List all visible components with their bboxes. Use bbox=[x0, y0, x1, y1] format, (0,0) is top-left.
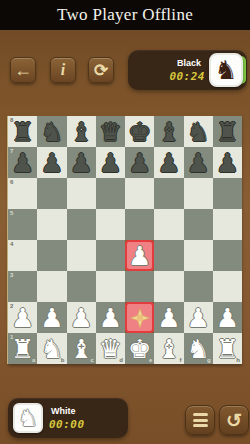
square-g4[interactable] bbox=[184, 240, 213, 271]
menu-button[interactable] bbox=[185, 405, 215, 435]
square-b3[interactable] bbox=[37, 271, 66, 302]
square-g3[interactable] bbox=[184, 271, 213, 302]
square-f3[interactable] bbox=[154, 271, 183, 302]
piece-black-pawn: ♟ bbox=[69, 150, 92, 176]
square-h1[interactable]: h♜ bbox=[213, 333, 242, 364]
piece-white-pawn: ♟ bbox=[40, 305, 63, 331]
square-h6[interactable] bbox=[213, 178, 242, 209]
square-b5[interactable] bbox=[37, 209, 66, 240]
square-d2[interactable]: ♟ bbox=[96, 302, 125, 333]
square-d6[interactable] bbox=[96, 178, 125, 209]
chess-board: 8♜♞♝♛♚♝♞♜7♟♟♟♟♟♟♟♟654♟32♟♟♟♟♟♟♟1a♜b♞c♝d♛… bbox=[8, 116, 242, 364]
piece-black-queen: ♛ bbox=[99, 119, 122, 145]
black-player-name: Black bbox=[177, 58, 201, 68]
piece-black-pawn: ♟ bbox=[186, 150, 209, 176]
title-bar: Two Player Offline bbox=[0, 0, 250, 30]
square-h3[interactable] bbox=[213, 271, 242, 302]
square-g7[interactable]: ♟ bbox=[184, 147, 213, 178]
square-e3[interactable] bbox=[125, 271, 154, 302]
square-e6[interactable] bbox=[125, 178, 154, 209]
square-b6[interactable] bbox=[37, 178, 66, 209]
piece-white-pawn: ♟ bbox=[69, 305, 92, 331]
square-d5[interactable] bbox=[96, 209, 125, 240]
rotate-board-button[interactable]: ⟳ bbox=[88, 57, 114, 83]
square-b8[interactable]: ♞ bbox=[37, 116, 66, 147]
square-g5[interactable] bbox=[184, 209, 213, 240]
square-f1[interactable]: f♝ bbox=[154, 333, 183, 364]
square-h2[interactable]: ♟ bbox=[213, 302, 242, 333]
rotate-icon: ⟳ bbox=[94, 60, 108, 81]
piece-black-pawn: ♟ bbox=[11, 150, 34, 176]
square-b4[interactable] bbox=[37, 240, 66, 271]
rank-label: 7 bbox=[10, 148, 13, 154]
square-e5[interactable] bbox=[125, 209, 154, 240]
square-a3[interactable]: 3 bbox=[8, 271, 37, 302]
square-g1[interactable]: g♞ bbox=[184, 333, 213, 364]
square-c8[interactable]: ♝ bbox=[67, 116, 96, 147]
square-f7[interactable]: ♟ bbox=[154, 147, 183, 178]
piece-black-knight: ♞ bbox=[186, 119, 209, 145]
page-title: Two Player Offline bbox=[57, 5, 193, 25]
piece-black-bishop: ♝ bbox=[69, 119, 92, 145]
piece-white-pawn: ♟ bbox=[99, 305, 122, 331]
square-d4[interactable] bbox=[96, 240, 125, 271]
black-knight-icon: ♞ bbox=[214, 57, 237, 83]
rank-label: 1 bbox=[10, 334, 13, 340]
piece-white-pawn: ♟ bbox=[11, 305, 34, 331]
square-e4[interactable]: ♟ bbox=[125, 240, 154, 271]
piece-black-pawn: ♟ bbox=[216, 150, 239, 176]
file-label: c bbox=[90, 357, 93, 363]
piece-black-rook: ♜ bbox=[216, 119, 239, 145]
square-f8[interactable]: ♝ bbox=[154, 116, 183, 147]
square-a8[interactable]: 8♜ bbox=[8, 116, 37, 147]
file-label: f bbox=[180, 357, 182, 363]
piece-white-rook: ♜ bbox=[11, 336, 34, 362]
file-label: a bbox=[32, 357, 35, 363]
white-knight-icon: ♞ bbox=[18, 407, 39, 430]
square-h7[interactable]: ♟ bbox=[213, 147, 242, 178]
square-f5[interactable] bbox=[154, 209, 183, 240]
piece-white-bishop: ♝ bbox=[157, 336, 180, 362]
info-icon: i bbox=[61, 61, 65, 79]
square-d7[interactable]: ♟ bbox=[96, 147, 125, 178]
white-player-clock: 00:00 bbox=[49, 418, 85, 431]
square-c5[interactable] bbox=[67, 209, 96, 240]
piece-black-pawn: ♟ bbox=[40, 150, 63, 176]
square-d1[interactable]: d♛ bbox=[96, 333, 125, 364]
square-c4[interactable] bbox=[67, 240, 96, 271]
piece-white-pawn: ♟ bbox=[157, 305, 180, 331]
file-label: e bbox=[149, 357, 152, 363]
black-player-clock: 00:24 bbox=[169, 70, 205, 83]
square-a2[interactable]: 2♟ bbox=[8, 302, 37, 333]
square-g6[interactable] bbox=[184, 178, 213, 209]
piece-black-king: ♚ bbox=[128, 119, 151, 145]
square-g8[interactable]: ♞ bbox=[184, 116, 213, 147]
piece-black-pawn: ♟ bbox=[99, 150, 122, 176]
file-label: b bbox=[61, 357, 65, 363]
file-label: d bbox=[119, 357, 123, 363]
piece-white-pawn: ♟ bbox=[128, 243, 151, 269]
square-a6[interactable]: 6 bbox=[8, 178, 37, 209]
square-h8[interactable]: ♜ bbox=[213, 116, 242, 147]
square-b1[interactable]: b♞ bbox=[37, 333, 66, 364]
square-e1[interactable]: e♚ bbox=[125, 333, 154, 364]
white-player-card: ♞ White 00:00 bbox=[8, 398, 128, 438]
square-c2[interactable]: ♟ bbox=[67, 302, 96, 333]
square-g2[interactable]: ♟ bbox=[184, 302, 213, 333]
square-c6[interactable] bbox=[67, 178, 96, 209]
square-e8[interactable]: ♚ bbox=[125, 116, 154, 147]
piece-black-knight: ♞ bbox=[40, 119, 63, 145]
piece-black-pawn: ♟ bbox=[157, 150, 180, 176]
back-arrow-icon: ← bbox=[14, 60, 32, 81]
info-button[interactable]: i bbox=[50, 57, 76, 83]
piece-black-rook: ♜ bbox=[11, 119, 34, 145]
piece-white-bishop: ♝ bbox=[69, 336, 92, 362]
square-h4[interactable] bbox=[213, 240, 242, 271]
white-player-name: White bbox=[51, 406, 76, 416]
move-origin-marker bbox=[129, 307, 151, 329]
undo-icon: ↺ bbox=[226, 409, 242, 432]
square-f4[interactable] bbox=[154, 240, 183, 271]
rank-label: 2 bbox=[10, 303, 13, 309]
square-a1[interactable]: 1a♜ bbox=[8, 333, 37, 364]
piece-white-pawn: ♟ bbox=[216, 305, 239, 331]
piece-black-pawn: ♟ bbox=[128, 150, 151, 176]
app-screen: Two Player Offline ← i ⟳ Black 00:24 ♞ 8… bbox=[0, 0, 250, 444]
rank-label: 4 bbox=[10, 241, 13, 247]
square-a5[interactable]: 5 bbox=[8, 209, 37, 240]
square-a4[interactable]: 4 bbox=[8, 240, 37, 271]
back-button[interactable]: ← bbox=[10, 57, 36, 83]
square-d3[interactable] bbox=[96, 271, 125, 302]
rank-label: 5 bbox=[10, 210, 13, 216]
file-label: h bbox=[236, 357, 240, 363]
square-c7[interactable]: ♟ bbox=[67, 147, 96, 178]
piece-white-king: ♚ bbox=[128, 336, 151, 362]
square-h5[interactable] bbox=[213, 209, 242, 240]
white-avatar: ♞ bbox=[13, 403, 43, 433]
black-avatar: ♞ bbox=[209, 53, 243, 87]
square-f6[interactable] bbox=[154, 178, 183, 209]
square-f2[interactable]: ♟ bbox=[154, 302, 183, 333]
square-d8[interactable]: ♛ bbox=[96, 116, 125, 147]
undo-button[interactable]: ↺ bbox=[219, 405, 249, 435]
square-c1[interactable]: c♝ bbox=[67, 333, 96, 364]
square-b7[interactable]: ♟ bbox=[37, 147, 66, 178]
piece-white-pawn: ♟ bbox=[186, 305, 209, 331]
black-player-card: Black 00:24 ♞ bbox=[128, 50, 247, 90]
piece-black-bishop: ♝ bbox=[157, 119, 180, 145]
square-a7[interactable]: 7♟ bbox=[8, 147, 37, 178]
square-c3[interactable] bbox=[67, 271, 96, 302]
square-e2[interactable] bbox=[125, 302, 154, 333]
rank-label: 3 bbox=[10, 272, 13, 278]
menu-icon bbox=[193, 413, 208, 416]
square-b2[interactable]: ♟ bbox=[37, 302, 66, 333]
square-e7[interactable]: ♟ bbox=[125, 147, 154, 178]
rank-label: 6 bbox=[10, 179, 13, 185]
rank-label: 8 bbox=[10, 117, 13, 123]
file-label: g bbox=[207, 357, 211, 363]
